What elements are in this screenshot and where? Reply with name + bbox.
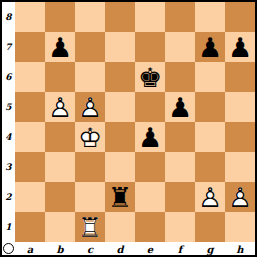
- square-c1[interactable]: ♜♖: [75, 212, 105, 242]
- square-a7[interactable]: [15, 32, 45, 62]
- black-pawn-on-e4[interactable]: ♟: [135, 122, 165, 152]
- square-a2[interactable]: [15, 182, 45, 212]
- square-g5[interactable]: [195, 92, 225, 122]
- black-pawn-icon: ♟: [45, 32, 75, 62]
- square-h4[interactable]: [225, 122, 255, 152]
- square-h1[interactable]: [225, 212, 255, 242]
- square-e8[interactable]: [135, 2, 165, 32]
- black-pawn-on-g7[interactable]: ♟: [195, 32, 225, 62]
- file-label-f: f: [165, 242, 195, 255]
- white-pawn-on-b5[interactable]: ♟♙: [45, 92, 75, 122]
- rank-label-8: 8: [2, 2, 15, 32]
- square-f4[interactable]: [165, 122, 195, 152]
- square-c2[interactable]: [75, 182, 105, 212]
- black-pawn-icon: ♟: [165, 92, 195, 122]
- rank-label-2: 2: [2, 182, 15, 212]
- file-label-d: d: [105, 242, 135, 255]
- square-a1[interactable]: [15, 212, 45, 242]
- square-d2[interactable]: ♜: [105, 182, 135, 212]
- rank-label-7: 7: [2, 32, 15, 62]
- white-pawn-on-c5[interactable]: ♟♙: [75, 92, 105, 122]
- square-g7[interactable]: ♟: [195, 32, 225, 62]
- square-g6[interactable]: [195, 62, 225, 92]
- square-h7[interactable]: ♟: [225, 32, 255, 62]
- black-pawn-icon: ♟: [135, 122, 165, 152]
- square-d8[interactable]: [105, 2, 135, 32]
- white-pawn-icon: ♙: [75, 92, 105, 122]
- rank-label-1: 1: [2, 212, 15, 242]
- square-b1[interactable]: [45, 212, 75, 242]
- square-d5[interactable]: [105, 92, 135, 122]
- square-b8[interactable]: [45, 2, 75, 32]
- square-c5[interactable]: ♟♙: [75, 92, 105, 122]
- square-e4[interactable]: ♟: [135, 122, 165, 152]
- square-d3[interactable]: [105, 152, 135, 182]
- black-pawn-on-h7[interactable]: ♟: [225, 32, 255, 62]
- square-a6[interactable]: [15, 62, 45, 92]
- square-f7[interactable]: [165, 32, 195, 62]
- black-king-on-e6[interactable]: ♚: [135, 62, 165, 92]
- black-pawn-icon: ♟: [225, 32, 255, 62]
- white-rook-icon: ♖: [75, 212, 105, 242]
- file-label-h: h: [225, 242, 255, 255]
- square-b7[interactable]: ♟: [45, 32, 75, 62]
- square-b5[interactable]: ♟♙: [45, 92, 75, 122]
- square-d4[interactable]: [105, 122, 135, 152]
- square-e2[interactable]: [135, 182, 165, 212]
- square-b4[interactable]: [45, 122, 75, 152]
- square-c6[interactable]: [75, 62, 105, 92]
- white-king-on-c4[interactable]: ♚♔: [75, 122, 105, 152]
- file-label-b: b: [45, 242, 75, 255]
- square-e5[interactable]: [135, 92, 165, 122]
- square-f2[interactable]: [165, 182, 195, 212]
- square-c4[interactable]: ♚♔: [75, 122, 105, 152]
- square-b6[interactable]: [45, 62, 75, 92]
- square-b2[interactable]: [45, 182, 75, 212]
- rank-label-4: 4: [2, 122, 15, 152]
- square-d1[interactable]: [105, 212, 135, 242]
- white-king-icon: ♔: [75, 122, 105, 152]
- rank-labels: 87654321: [2, 2, 15, 242]
- square-a8[interactable]: [15, 2, 45, 32]
- white-to-move-indicator-icon: [3, 243, 14, 254]
- square-f1[interactable]: [165, 212, 195, 242]
- square-g4[interactable]: [195, 122, 225, 152]
- square-a3[interactable]: [15, 152, 45, 182]
- white-pawn-on-g2[interactable]: ♟♙: [195, 182, 225, 212]
- chess-diagram: 87654321 ♟♟♟♚♟♙♟♙♟♚♔♟♜♟♙♟♙♜♖ abcdefgh: [0, 0, 257, 257]
- square-e6[interactable]: ♚: [135, 62, 165, 92]
- square-h5[interactable]: [225, 92, 255, 122]
- rank-label-3: 3: [2, 152, 15, 182]
- white-rook-on-c1[interactable]: ♜♖: [75, 212, 105, 242]
- square-f5[interactable]: ♟: [165, 92, 195, 122]
- square-h6[interactable]: [225, 62, 255, 92]
- square-c7[interactable]: [75, 32, 105, 62]
- file-label-g: g: [195, 242, 225, 255]
- move-indicator-cell: [2, 242, 15, 255]
- white-pawn-icon: ♙: [225, 182, 255, 212]
- rank-label-5: 5: [2, 92, 15, 122]
- square-e3[interactable]: [135, 152, 165, 182]
- square-h8[interactable]: [225, 2, 255, 32]
- file-labels: abcdefgh: [15, 242, 255, 255]
- black-rook-icon: ♜: [105, 182, 135, 212]
- square-g1[interactable]: [195, 212, 225, 242]
- square-e7[interactable]: [135, 32, 165, 62]
- black-pawn-icon: ♟: [195, 32, 225, 62]
- square-g2[interactable]: ♟♙: [195, 182, 225, 212]
- square-h3[interactable]: [225, 152, 255, 182]
- white-pawn-icon: ♙: [45, 92, 75, 122]
- square-d7[interactable]: [105, 32, 135, 62]
- square-a4[interactable]: [15, 122, 45, 152]
- file-label-a: a: [15, 242, 45, 255]
- black-pawn-on-b7[interactable]: ♟: [45, 32, 75, 62]
- square-f8[interactable]: [165, 2, 195, 32]
- square-g3[interactable]: [195, 152, 225, 182]
- black-rook-on-d2[interactable]: ♜: [105, 182, 135, 212]
- black-pawn-on-f5[interactable]: ♟: [165, 92, 195, 122]
- black-king-icon: ♚: [135, 62, 165, 92]
- square-b3[interactable]: [45, 152, 75, 182]
- square-c3[interactable]: [75, 152, 105, 182]
- square-f3[interactable]: [165, 152, 195, 182]
- white-pawn-icon: ♙: [195, 182, 225, 212]
- square-g8[interactable]: [195, 2, 225, 32]
- square-a5[interactable]: [15, 92, 45, 122]
- square-e1[interactable]: [135, 212, 165, 242]
- square-c8[interactable]: [75, 2, 105, 32]
- file-label-e: e: [135, 242, 165, 255]
- file-label-c: c: [75, 242, 105, 255]
- white-pawn-on-h2[interactable]: ♟♙: [225, 182, 255, 212]
- square-f6[interactable]: [165, 62, 195, 92]
- square-d6[interactable]: [105, 62, 135, 92]
- rank-label-6: 6: [2, 62, 15, 92]
- chess-board: ♟♟♟♚♟♙♟♙♟♚♔♟♜♟♙♟♙♜♖: [15, 2, 255, 242]
- square-h2[interactable]: ♟♙: [225, 182, 255, 212]
